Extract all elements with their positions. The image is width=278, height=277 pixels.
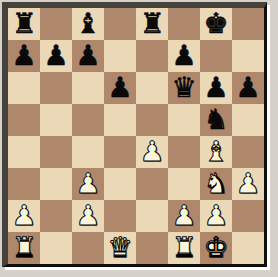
square-e8[interactable]: ♜ <box>136 8 168 40</box>
square-e7[interactable] <box>136 40 168 72</box>
piece-black-pawn[interactable]: ♟ <box>40 40 72 72</box>
square-h5[interactable] <box>232 104 264 136</box>
piece-white-pawn[interactable]: ♟ <box>168 200 200 232</box>
square-a6[interactable] <box>8 72 40 104</box>
square-a3[interactable] <box>8 168 40 200</box>
square-g4[interactable]: ♝ <box>200 136 232 168</box>
piece-black-pawn[interactable]: ♟ <box>104 72 136 104</box>
square-f4[interactable] <box>168 136 200 168</box>
square-f1[interactable]: ♜ <box>168 232 200 264</box>
piece-white-rook[interactable]: ♜ <box>168 232 200 264</box>
square-a2[interactable]: ♟ <box>8 200 40 232</box>
square-c8[interactable]: ♝ <box>72 8 104 40</box>
square-d1[interactable]: ♛ <box>104 232 136 264</box>
piece-black-rook[interactable]: ♜ <box>8 8 40 40</box>
square-h6[interactable]: ♟ <box>232 72 264 104</box>
piece-white-pawn[interactable]: ♟ <box>8 200 40 232</box>
square-b3[interactable] <box>40 168 72 200</box>
square-f6[interactable]: ♛ <box>168 72 200 104</box>
piece-white-pawn[interactable]: ♟ <box>232 168 264 200</box>
square-f5[interactable] <box>168 104 200 136</box>
square-f8[interactable] <box>168 8 200 40</box>
square-a4[interactable] <box>8 136 40 168</box>
square-h1[interactable] <box>232 232 264 264</box>
piece-white-knight[interactable]: ♞ <box>200 168 232 200</box>
square-b8[interactable] <box>40 8 72 40</box>
square-a1[interactable]: ♜ <box>8 232 40 264</box>
square-c6[interactable] <box>72 72 104 104</box>
square-b1[interactable] <box>40 232 72 264</box>
square-g7[interactable] <box>200 40 232 72</box>
square-c7[interactable]: ♟ <box>72 40 104 72</box>
piece-black-king[interactable]: ♚ <box>200 8 232 40</box>
square-d5[interactable] <box>104 104 136 136</box>
square-f7[interactable]: ♟ <box>168 40 200 72</box>
square-e4[interactable]: ♟ <box>136 136 168 168</box>
square-d8[interactable] <box>104 8 136 40</box>
square-g6[interactable]: ♟ <box>200 72 232 104</box>
square-b5[interactable] <box>40 104 72 136</box>
square-e2[interactable] <box>136 200 168 232</box>
square-h8[interactable] <box>232 8 264 40</box>
square-c4[interactable] <box>72 136 104 168</box>
square-c3[interactable]: ♟ <box>72 168 104 200</box>
square-b7[interactable]: ♟ <box>40 40 72 72</box>
square-c2[interactable]: ♟ <box>72 200 104 232</box>
square-d2[interactable] <box>104 200 136 232</box>
piece-white-pawn[interactable]: ♟ <box>72 168 104 200</box>
square-h2[interactable] <box>232 200 264 232</box>
square-h7[interactable] <box>232 40 264 72</box>
piece-white-bishop[interactable]: ♝ <box>200 136 232 168</box>
square-a5[interactable] <box>8 104 40 136</box>
piece-black-pawn[interactable]: ♟ <box>168 40 200 72</box>
piece-black-rook[interactable]: ♜ <box>136 8 168 40</box>
square-d3[interactable] <box>104 168 136 200</box>
square-g8[interactable]: ♚ <box>200 8 232 40</box>
piece-white-king[interactable]: ♚ <box>200 232 232 264</box>
square-e6[interactable] <box>136 72 168 104</box>
piece-black-bishop[interactable]: ♝ <box>72 8 104 40</box>
square-d7[interactable] <box>104 40 136 72</box>
square-g2[interactable]: ♟ <box>200 200 232 232</box>
square-f2[interactable]: ♟ <box>168 200 200 232</box>
piece-white-pawn[interactable]: ♟ <box>136 136 168 168</box>
square-g1[interactable]: ♚ <box>200 232 232 264</box>
square-d4[interactable] <box>104 136 136 168</box>
square-c5[interactable] <box>72 104 104 136</box>
square-b4[interactable] <box>40 136 72 168</box>
square-e3[interactable] <box>136 168 168 200</box>
square-e1[interactable] <box>136 232 168 264</box>
square-e5[interactable] <box>136 104 168 136</box>
square-a7[interactable]: ♟ <box>8 40 40 72</box>
piece-black-knight[interactable]: ♞ <box>200 104 232 136</box>
piece-white-queen[interactable]: ♛ <box>104 232 136 264</box>
piece-black-pawn[interactable]: ♟ <box>200 72 232 104</box>
board-frame: ♜♝♜♚♟♟♟♟♟♛♟♟♞♟♝♟♞♟♟♟♟♟♜♛♜♚ <box>2 2 267 267</box>
square-g3[interactable]: ♞ <box>200 168 232 200</box>
square-h3[interactable]: ♟ <box>232 168 264 200</box>
square-c1[interactable] <box>72 232 104 264</box>
piece-black-queen[interactable]: ♛ <box>168 72 200 104</box>
square-h4[interactable] <box>232 136 264 168</box>
piece-white-pawn[interactable]: ♟ <box>72 200 104 232</box>
square-f3[interactable] <box>168 168 200 200</box>
square-d6[interactable]: ♟ <box>104 72 136 104</box>
piece-black-pawn[interactable]: ♟ <box>72 40 104 72</box>
square-a8[interactable]: ♜ <box>8 8 40 40</box>
square-g5[interactable]: ♞ <box>200 104 232 136</box>
piece-white-pawn[interactable]: ♟ <box>200 200 232 232</box>
square-b6[interactable] <box>40 72 72 104</box>
piece-black-pawn[interactable]: ♟ <box>8 40 40 72</box>
chess-board: ♜♝♜♚♟♟♟♟♟♛♟♟♞♟♝♟♞♟♟♟♟♟♜♛♜♚ <box>8 8 264 264</box>
square-b2[interactable] <box>40 200 72 232</box>
piece-black-pawn[interactable]: ♟ <box>232 72 264 104</box>
piece-white-rook[interactable]: ♜ <box>8 232 40 264</box>
